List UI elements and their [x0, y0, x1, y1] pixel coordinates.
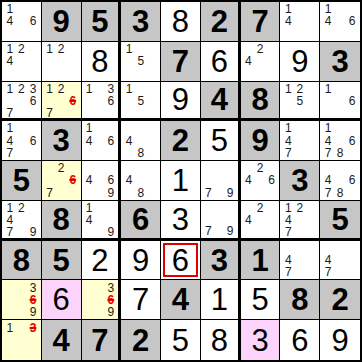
empty-candidate-slot [67, 55, 79, 67]
empty-candidate-slot [16, 281, 28, 293]
candidate-mark: 4 [243, 214, 255, 226]
candidate-mark: 7 [282, 266, 294, 278]
cell-r2c6[interactable]: 6 [201, 42, 241, 82]
cell-r2c5[interactable]: 7 [161, 42, 201, 82]
cell-r1c4[interactable]: 3 [121, 2, 161, 42]
empty-candidate-slot [214, 225, 225, 237]
candidate-mark: 2 [55, 83, 67, 95]
empty-candidate-slot [266, 214, 278, 226]
empty-candidate-slot [94, 187, 105, 199]
empty-candidate-slot [254, 67, 266, 79]
empty-candidate-slot [334, 15, 346, 27]
candidate-grid: 4678 [320, 161, 360, 200]
candidate-mark: 9 [225, 225, 236, 237]
candidate-mark: 1 [282, 122, 294, 134]
empty-candidate-slot [27, 43, 39, 55]
empty-candidate-slot [16, 95, 28, 107]
empty-candidate-slot [4, 67, 16, 79]
cell-r2c7[interactable]: 24 [241, 42, 281, 82]
candidate-mark: 2 [254, 202, 266, 214]
empty-candidate-slot [334, 28, 346, 40]
candidate-mark: 6 [27, 95, 39, 107]
cell-r1c5[interactable]: 8 [161, 2, 201, 42]
candidate-mark: 7 [322, 266, 334, 278]
eliminated-candidate: 6 [67, 174, 79, 186]
cell-r9c9[interactable]: 9 [320, 320, 360, 360]
empty-candidate-slot [243, 187, 255, 199]
empty-candidate-slot [84, 281, 95, 293]
cell-r9c2[interactable]: 4 [42, 320, 82, 360]
cell-r6c4[interactable]: 6 [121, 201, 161, 241]
candidate-grid: 24 [241, 42, 280, 81]
cell-r4c1[interactable]: 1467 [2, 121, 42, 161]
empty-candidate-slot [147, 83, 159, 95]
empty-candidate-slot [105, 147, 116, 159]
cell-value: 6 [211, 46, 228, 77]
cell-value: 1 [172, 165, 189, 196]
candidate-grid: 16 [320, 82, 360, 119]
empty-candidate-slot [346, 28, 358, 40]
empty-candidate-slot [16, 15, 28, 27]
empty-candidate-slot [266, 67, 278, 79]
empty-candidate-slot [84, 95, 95, 107]
candidate-mark: 7 [322, 147, 334, 159]
cell-r4c9[interactable]: 14678 [320, 121, 360, 161]
empty-candidate-slot [16, 122, 28, 134]
cell-r4c7[interactable]: 9 [241, 121, 281, 161]
empty-candidate-slot [94, 281, 105, 293]
candidate-mark: 7 [282, 147, 294, 159]
candidate-mark: 8 [135, 147, 147, 159]
cell-r6c1[interactable]: 12479 [2, 201, 42, 241]
candidate-mark: 7 [203, 225, 214, 237]
cell-r7c8[interactable]: 47 [280, 241, 320, 281]
candidate-mark: 2 [254, 162, 266, 174]
empty-candidate-slot [334, 162, 346, 174]
cell-r5c6[interactable]: 79 [201, 161, 241, 201]
empty-candidate-slot [123, 187, 135, 199]
cell-r5c1[interactable]: 5 [2, 161, 42, 201]
empty-candidate-slot [94, 162, 105, 174]
empty-candidate-slot [254, 187, 266, 199]
empty-candidate-slot [254, 174, 266, 186]
cell-r8c2[interactable]: 6 [42, 280, 82, 320]
cell-r7c3[interactable]: 2 [82, 241, 122, 281]
empty-candidate-slot [306, 107, 318, 118]
empty-candidate-slot [346, 187, 358, 199]
cell-r9c3[interactable]: 7 [82, 320, 122, 360]
candidate-grid: 469 [82, 161, 119, 200]
cell-value: 2 [132, 325, 149, 356]
empty-candidate-slot [94, 95, 105, 107]
cell-value: 3 [53, 125, 70, 156]
empty-candidate-slot [306, 28, 318, 40]
cell-value: 7 [91, 325, 108, 356]
cell-value: 5 [331, 204, 348, 235]
candidate-grid: 1467 [2, 121, 41, 160]
cell-r3c3[interactable]: 136 [82, 82, 122, 122]
empty-candidate-slot [294, 135, 306, 147]
cell-value: 9 [251, 125, 268, 156]
cell-r5c5[interactable]: 1 [161, 161, 201, 201]
eliminated-candidate: 3 [27, 321, 39, 334]
empty-candidate-slot [123, 147, 135, 159]
empty-candidate-slot [147, 162, 159, 174]
cell-r6c3[interactable]: 149 [82, 201, 122, 241]
candidate-mark: 7 [44, 107, 56, 119]
cell-r1c1[interactable]: 146 [2, 2, 42, 42]
empty-candidate-slot [147, 107, 159, 118]
empty-candidate-slot [27, 122, 39, 134]
empty-candidate-slot [4, 281, 16, 293]
empty-candidate-slot [94, 122, 105, 134]
empty-candidate-slot [94, 306, 105, 318]
cell-value: 4 [211, 84, 228, 115]
empty-candidate-slot [214, 187, 225, 199]
cell-r8c3[interactable]: 369 [82, 280, 122, 320]
empty-candidate-slot [44, 95, 56, 107]
cell-r9c6[interactable]: 8 [201, 320, 241, 360]
empty-candidate-slot [294, 254, 306, 266]
candidate-mark: 2 [16, 43, 28, 55]
candidate-mark: 7 [4, 147, 16, 159]
candidate-mark: 3 [27, 83, 39, 95]
empty-candidate-slot [346, 147, 358, 159]
cell-value: 8 [291, 284, 308, 315]
empty-candidate-slot [346, 122, 358, 134]
candidate-mark: 4 [243, 55, 255, 67]
cell-value: 2 [91, 245, 108, 276]
cell-r7c1[interactable]: 8 [2, 241, 42, 281]
cell-r4c6[interactable]: 5 [201, 121, 241, 161]
candidate-grid: 146 [2, 2, 41, 41]
cell-r6c6[interactable]: 79 [201, 201, 241, 241]
candidate-mark: 1 [322, 122, 334, 134]
cell-r8c6[interactable]: 1 [201, 280, 241, 320]
empty-candidate-slot [346, 83, 358, 95]
candidate-mark: 4 [4, 135, 16, 147]
cell-value: 8 [211, 325, 228, 356]
cell-r3c4[interactable]: 15 [121, 82, 161, 122]
candidate-mark: 1 [4, 83, 16, 95]
empty-candidate-slot [44, 55, 56, 67]
empty-candidate-slot [16, 107, 28, 119]
cell-r9c4[interactable]: 2 [121, 320, 161, 360]
candidate-mark: 1 [44, 83, 56, 95]
empty-candidate-slot [16, 294, 28, 306]
cell-r1c6[interactable]: 2 [201, 2, 241, 42]
candidate-grid: 12367 [2, 82, 41, 119]
cell-r3c1[interactable]: 12367 [2, 82, 42, 122]
cell-r3c7[interactable]: 8 [241, 82, 281, 122]
cell-r8c5[interactable]: 4 [161, 280, 201, 320]
empty-candidate-slot [243, 67, 255, 79]
cell-r7c9[interactable]: 47 [320, 241, 360, 281]
empty-candidate-slot [55, 67, 67, 79]
cell-r3c8[interactable]: 125 [280, 82, 320, 122]
cell-r2c4[interactable]: 15 [121, 42, 161, 82]
empty-candidate-slot [16, 135, 28, 147]
candidate-grid: 149 [82, 201, 119, 238]
candidate-mark: 2 [16, 202, 28, 214]
candidate-grid: 15 [121, 42, 160, 81]
cell-r3c9[interactable]: 16 [320, 82, 360, 122]
cell-r6c5[interactable]: 3 [161, 201, 201, 241]
candidate-grid: 267 [42, 161, 81, 200]
candidate-mark: 4 [322, 15, 334, 27]
empty-candidate-slot [16, 226, 28, 238]
empty-candidate-slot [94, 147, 105, 159]
empty-candidate-slot [266, 187, 278, 199]
empty-candidate-slot [84, 107, 95, 118]
empty-candidate-slot [55, 107, 67, 119]
empty-candidate-slot [225, 162, 236, 174]
cell-value: 9 [291, 46, 308, 77]
cell-value: 8 [53, 204, 70, 235]
empty-candidate-slot [294, 242, 306, 254]
cell-r9c8[interactable]: 6 [280, 320, 320, 360]
cell-r6c8[interactable]: 1247 [280, 201, 320, 241]
empty-candidate-slot [334, 83, 346, 95]
cell-r4c4[interactable]: 48 [121, 121, 161, 161]
cell-r2c2[interactable]: 12 [42, 42, 82, 82]
candidate-mark: 7 [282, 226, 294, 238]
candidate-mark: 9 [105, 187, 116, 199]
candidate-mark: 2 [55, 43, 67, 55]
candidate-mark: 2 [55, 162, 67, 174]
cell-r5c9[interactable]: 4678 [320, 161, 360, 201]
empty-candidate-slot [16, 55, 28, 67]
cell-r7c4[interactable]: 9 [121, 241, 161, 281]
cell-r5c4[interactable]: 48 [121, 161, 161, 201]
empty-candidate-slot [306, 214, 318, 226]
empty-candidate-slot [135, 83, 147, 95]
empty-candidate-slot [214, 202, 225, 213]
cell-r1c9[interactable]: 146 [320, 2, 360, 42]
empty-candidate-slot [334, 254, 346, 266]
candidate-mark: 9 [225, 187, 236, 199]
empty-candidate-slot [147, 55, 159, 67]
empty-candidate-slot [55, 174, 67, 186]
cell-r1c7[interactable]: 7 [241, 2, 281, 42]
cell-r7c5[interactable]: 6 [161, 241, 201, 281]
empty-candidate-slot [334, 95, 346, 107]
cell-value: 3 [132, 6, 149, 37]
cell-r9c5[interactable]: 5 [161, 320, 201, 360]
candidate-mark: 1 [322, 83, 334, 95]
candidate-grid: 79 [201, 201, 238, 238]
empty-candidate-slot [27, 28, 39, 40]
candidate-mark: 8 [135, 187, 147, 199]
cell-value: 3 [172, 204, 189, 235]
empty-candidate-slot [135, 67, 147, 79]
empty-candidate-slot [27, 67, 39, 79]
candidate-grid: 146 [82, 121, 119, 160]
candidate-mark: 8 [334, 187, 346, 199]
candidate-mark: 2 [294, 202, 306, 214]
cell-r3c2[interactable]: 1267 [42, 82, 82, 122]
cell-r4c2[interactable]: 3 [42, 121, 82, 161]
empty-candidate-slot [294, 3, 306, 15]
empty-candidate-slot [16, 334, 28, 347]
candidate-mark: 6 [27, 15, 39, 27]
cell-r1c2[interactable]: 9 [42, 2, 82, 42]
cell-value: 9 [132, 245, 149, 276]
cell-r8c9[interactable]: 2 [320, 280, 360, 320]
empty-candidate-slot [294, 214, 306, 226]
candidate-mark: 1 [4, 321, 16, 334]
candidate-grid: 1247 [280, 201, 319, 238]
empty-candidate-slot [67, 83, 79, 95]
candidate-grid: 124 [2, 42, 41, 81]
empty-candidate-slot [84, 294, 95, 306]
empty-candidate-slot [282, 107, 294, 118]
candidate-mark: 5 [135, 55, 147, 67]
candidate-mark: 7 [4, 226, 16, 238]
empty-candidate-slot [346, 107, 358, 118]
candidate-mark: 9 [27, 226, 39, 238]
empty-candidate-slot [203, 174, 214, 186]
cell-r2c9[interactable]: 3 [320, 42, 360, 82]
candidate-mark: 7 [322, 187, 334, 199]
cell-r5c7[interactable]: 246 [241, 161, 281, 201]
empty-candidate-slot [147, 95, 159, 107]
cell-r6c9[interactable]: 5 [320, 201, 360, 241]
candidate-grid: 48 [121, 121, 160, 160]
cell-r2c3[interactable]: 8 [82, 42, 122, 82]
candidate-mark: 7 [203, 187, 214, 199]
candidate-mark: 1 [84, 122, 95, 134]
empty-candidate-slot [27, 334, 39, 347]
empty-candidate-slot [4, 306, 16, 318]
cell-value: 6 [172, 245, 189, 276]
candidate-grid: 14678 [320, 121, 360, 160]
cell-value: 4 [172, 284, 189, 315]
empty-candidate-slot [67, 67, 79, 79]
cell-value: 9 [53, 6, 70, 37]
cell-r8c1[interactable]: 369 [2, 280, 42, 320]
cell-r8c7[interactable]: 5 [241, 280, 281, 320]
cell-r9c7[interactable]: 3 [241, 320, 281, 360]
empty-candidate-slot [123, 95, 135, 107]
candidate-mark: 6 [346, 135, 358, 147]
empty-candidate-slot [84, 226, 95, 238]
cell-r1c3[interactable]: 5 [82, 2, 122, 42]
candidate-mark: 6 [346, 174, 358, 186]
candidate-mark: 4 [4, 55, 16, 67]
candidate-grid: 369 [82, 280, 119, 319]
cell-value: 7 [251, 6, 268, 37]
empty-candidate-slot [282, 28, 294, 40]
empty-candidate-slot [67, 187, 79, 199]
empty-candidate-slot [55, 95, 67, 107]
empty-candidate-slot [16, 321, 28, 334]
cell-r4c5[interactable]: 2 [161, 121, 201, 161]
empty-candidate-slot [334, 107, 346, 118]
cell-value: 5 [91, 6, 108, 37]
empty-candidate-slot [27, 202, 39, 214]
empty-candidate-slot [4, 334, 16, 347]
candidate-mark: 6 [27, 135, 39, 147]
cell-r7c6[interactable]: 3 [201, 241, 241, 281]
empty-candidate-slot [147, 135, 159, 147]
cell-r2c8[interactable]: 9 [280, 42, 320, 82]
candidate-mark: 2 [254, 43, 266, 55]
cell-value: 8 [172, 6, 189, 37]
cell-r8c4[interactable]: 7 [121, 280, 161, 320]
empty-candidate-slot [27, 107, 39, 119]
candidate-grid: 24 [241, 201, 280, 238]
candidate-mark: 4 [84, 174, 95, 186]
cell-value: 8 [91, 46, 108, 77]
candidate-grid: 47 [280, 241, 319, 280]
cell-r8c8[interactable]: 8 [280, 280, 320, 320]
candidate-mark: 3 [105, 281, 116, 293]
eliminated-candidate: 6 [67, 95, 79, 107]
candidate-mark: 1 [84, 83, 95, 95]
cell-r9c1[interactable]: 13 [2, 320, 42, 360]
cell-r6c7[interactable]: 24 [241, 201, 281, 241]
empty-candidate-slot [225, 174, 236, 186]
empty-candidate-slot [84, 187, 95, 199]
empty-candidate-slot [84, 147, 95, 159]
candidate-mark: 6 [346, 15, 358, 27]
cell-r2c1[interactable]: 124 [2, 42, 42, 82]
cell-r1c8[interactable]: 14 [280, 2, 320, 42]
cell-value: 5 [211, 125, 228, 156]
candidate-mark: 1 [123, 83, 135, 95]
cell-r4c8[interactable]: 147 [280, 121, 320, 161]
cell-r7c7[interactable]: 1 [241, 241, 281, 281]
candidate-mark: 7 [4, 107, 16, 119]
cell-r5c2[interactable]: 267 [42, 161, 82, 201]
empty-candidate-slot [322, 28, 334, 40]
empty-candidate-slot [67, 43, 79, 55]
cell-r4c3[interactable]: 146 [82, 121, 122, 161]
candidate-mark: 6 [346, 95, 358, 107]
empty-candidate-slot [294, 107, 306, 118]
candidate-grid: 12 [42, 42, 81, 81]
cell-value: 5 [172, 325, 189, 356]
cell-r5c3[interactable]: 469 [82, 161, 122, 201]
cell-r6c2[interactable]: 8 [42, 201, 82, 241]
empty-candidate-slot [266, 226, 278, 237]
candidate-mark: 3 [105, 83, 116, 95]
empty-candidate-slot [203, 213, 214, 224]
cell-r5c8[interactable]: 3 [280, 161, 320, 201]
candidate-mark: 4 [4, 15, 16, 27]
cell-value: 7 [132, 284, 149, 315]
cell-value: 8 [251, 84, 268, 115]
empty-candidate-slot [306, 122, 318, 134]
empty-candidate-slot [346, 242, 358, 254]
cell-r3c6[interactable]: 4 [201, 82, 241, 122]
cell-r3c5[interactable]: 9 [161, 82, 201, 122]
empty-candidate-slot [306, 266, 318, 278]
empty-candidate-slot [44, 162, 56, 174]
empty-candidate-slot [214, 162, 225, 174]
candidate-grid: 136 [82, 82, 119, 119]
cell-value: 5 [13, 165, 30, 196]
candidate-mark: 6 [266, 174, 278, 186]
candidate-mark: 4 [123, 135, 135, 147]
candidate-grid: 125 [280, 82, 319, 119]
empty-candidate-slot [346, 266, 358, 278]
empty-candidate-slot [94, 226, 105, 238]
empty-candidate-slot [203, 202, 214, 213]
cell-r7c2[interactable]: 5 [42, 241, 82, 281]
empty-candidate-slot [147, 187, 159, 199]
